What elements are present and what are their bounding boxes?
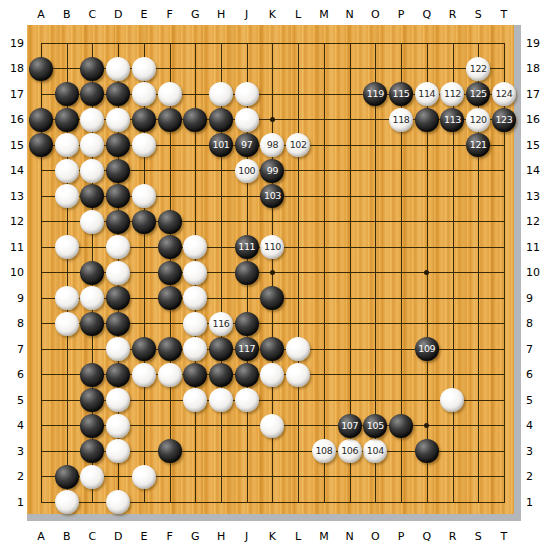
move-number: 115 (393, 89, 410, 99)
stone-black-E7 (132, 337, 156, 361)
coord-label-right-11: 11 (524, 234, 550, 260)
stone-white-K11: 110 (260, 235, 284, 259)
stone-white-H5 (209, 388, 233, 412)
coord-label-right-13: 13 (524, 183, 550, 209)
stone-white-J5 (235, 388, 259, 412)
coord-label-top-J: J (234, 7, 260, 22)
move-number: 119 (367, 89, 384, 99)
coord-label-top-N: N (337, 7, 363, 22)
coord-label-right-19: 19 (524, 30, 550, 56)
coord-label-bottom-L: L (285, 529, 311, 544)
stone-white-L7 (286, 337, 310, 361)
stone-white-D18 (106, 57, 130, 81)
move-number: 118 (393, 115, 410, 125)
stone-white-E2 (132, 465, 156, 489)
coord-label-left-14: 14 (0, 158, 24, 184)
coord-label-left-11: 11 (0, 234, 24, 260)
stone-white-B1 (55, 490, 79, 514)
stone-white-D3 (106, 439, 130, 463)
stone-black-D15 (106, 133, 130, 157)
coord-label-right-5: 5 (524, 387, 550, 413)
coord-label-left-1: 1 (0, 489, 24, 515)
move-number: 120 (470, 115, 487, 125)
stone-white-C2 (80, 465, 104, 489)
move-number: 111 (238, 242, 255, 252)
coord-label-top-D: D (105, 7, 131, 22)
stone-black-F12 (158, 210, 182, 234)
stone-black-B2 (55, 465, 79, 489)
coord-label-bottom-F: F (157, 529, 183, 544)
coord-label-left-16: 16 (0, 107, 24, 133)
stone-black-J15: 97 (235, 133, 259, 157)
coord-label-left-7: 7 (0, 336, 24, 362)
coord-label-right-17: 17 (524, 81, 550, 107)
coord-label-right-10: 10 (524, 260, 550, 286)
coord-label-left-12: 12 (0, 209, 24, 235)
stone-white-E17 (132, 82, 156, 106)
stone-black-R16: 113 (440, 108, 464, 132)
coord-label-top-T: T (491, 7, 517, 22)
stone-white-D5 (106, 388, 130, 412)
stone-black-N4: 107 (338, 414, 362, 438)
coord-label-top-S: S (465, 7, 491, 22)
move-number: 107 (341, 421, 358, 431)
stone-white-D4 (106, 414, 130, 438)
coord-label-left-9: 9 (0, 285, 24, 311)
move-number: 123 (495, 115, 512, 125)
coordinate-labels-top: ABCDEFGHJKLMNOPQRST (28, 7, 517, 22)
move-number: 100 (238, 166, 255, 176)
coord-label-bottom-N: N (337, 529, 363, 544)
coord-label-right-12: 12 (524, 209, 550, 235)
stone-black-C5 (80, 388, 104, 412)
stone-white-S18: 122 (466, 57, 490, 81)
stone-black-A15 (29, 133, 53, 157)
coord-label-bottom-C: C (80, 529, 106, 544)
move-number: 98 (267, 140, 278, 150)
move-number: 122 (470, 64, 487, 74)
stone-white-G5 (183, 388, 207, 412)
coord-label-right-18: 18 (524, 56, 550, 82)
coordinate-labels-left: 19181716151413121110987654321 (0, 30, 24, 515)
stone-black-H7 (209, 337, 233, 361)
coord-label-top-A: A (28, 7, 54, 22)
stone-white-G9 (183, 286, 207, 310)
stone-black-E16 (132, 108, 156, 132)
coord-label-bottom-G: G (182, 529, 208, 544)
stone-black-D6 (106, 363, 130, 387)
stone-black-C18 (80, 57, 104, 81)
coord-label-bottom-Q: Q (414, 529, 440, 544)
stone-white-P16: 118 (389, 108, 413, 132)
stone-black-O17: 119 (363, 82, 387, 106)
coord-label-left-17: 17 (0, 81, 24, 107)
coord-label-top-O: O (362, 7, 388, 22)
stone-black-G6 (183, 363, 207, 387)
stone-black-K14: 99 (260, 159, 284, 183)
coord-label-left-5: 5 (0, 387, 24, 413)
stone-white-C12 (80, 210, 104, 234)
go-board[interactable]: 9798991001011021031041051061071081091101… (28, 30, 517, 515)
stone-white-C16 (80, 108, 104, 132)
stone-black-K9 (260, 286, 284, 310)
move-number: 121 (470, 140, 487, 150)
stone-white-L15: 102 (286, 133, 310, 157)
stone-black-D13 (106, 184, 130, 208)
stone-black-C6 (80, 363, 104, 387)
stone-white-R5 (440, 388, 464, 412)
coord-label-top-F: F (157, 7, 183, 22)
stone-black-C4 (80, 414, 104, 438)
stone-black-F10 (158, 261, 182, 285)
stone-white-O3: 104 (363, 439, 387, 463)
coord-label-right-7: 7 (524, 336, 550, 362)
move-number: 106 (341, 446, 358, 456)
stone-black-G16 (183, 108, 207, 132)
coord-label-right-14: 14 (524, 158, 550, 184)
stone-black-J10 (235, 261, 259, 285)
coord-label-right-8: 8 (524, 311, 550, 337)
stone-black-S15: 121 (466, 133, 490, 157)
stone-white-F6 (158, 363, 182, 387)
stone-black-H6 (209, 363, 233, 387)
stone-white-G7 (183, 337, 207, 361)
stone-black-F9 (158, 286, 182, 310)
stone-white-C14 (80, 159, 104, 183)
stone-black-C17 (80, 82, 104, 106)
coord-label-top-M: M (311, 7, 337, 22)
stone-white-N3: 106 (338, 439, 362, 463)
stone-black-T16: 123 (492, 108, 516, 132)
stone-white-G11 (183, 235, 207, 259)
stone-white-D7 (106, 337, 130, 361)
stone-black-A16 (29, 108, 53, 132)
coord-label-top-R: R (440, 7, 466, 22)
go-diagram-page: ABCDEFGHJKLMNOPQRST ABCDEFGHJKLMNOPQRST … (0, 0, 550, 550)
move-number: 102 (290, 140, 307, 150)
coord-label-top-L: L (285, 7, 311, 22)
stone-black-P17: 115 (389, 82, 413, 106)
coord-label-left-10: 10 (0, 260, 24, 286)
move-number: 112 (444, 89, 461, 99)
stone-black-Q16 (415, 108, 439, 132)
stone-black-K13: 103 (260, 184, 284, 208)
coord-label-top-C: C (80, 7, 106, 22)
coord-label-left-18: 18 (0, 56, 24, 82)
coord-label-bottom-R: R (440, 529, 466, 544)
stone-white-B14 (55, 159, 79, 183)
coord-label-top-E: E (131, 7, 157, 22)
stone-black-D9 (106, 286, 130, 310)
move-number: 103 (264, 191, 281, 201)
stone-white-J14: 100 (235, 159, 259, 183)
stone-white-C9 (80, 286, 104, 310)
stone-black-Q3 (415, 439, 439, 463)
stone-black-H15: 101 (209, 133, 233, 157)
coord-label-top-G: G (182, 7, 208, 22)
coordinate-labels-bottom: ABCDEFGHJKLMNOPQRST (28, 529, 517, 544)
stone-white-J17 (235, 82, 259, 106)
coord-label-right-15: 15 (524, 132, 550, 158)
move-number: 99 (267, 166, 278, 176)
stone-white-K15: 98 (260, 133, 284, 157)
coord-label-bottom-T: T (491, 529, 517, 544)
stone-white-B9 (55, 286, 79, 310)
stone-white-E15 (132, 133, 156, 157)
stone-black-C8 (80, 312, 104, 336)
stone-white-D10 (106, 261, 130, 285)
stone-black-F11 (158, 235, 182, 259)
move-number: 117 (238, 344, 255, 354)
stone-white-J16 (235, 108, 259, 132)
stone-black-B17 (55, 82, 79, 106)
stone-black-A18 (29, 57, 53, 81)
coord-label-top-Q: Q (414, 7, 440, 22)
coord-label-top-P: P (388, 7, 414, 22)
stone-black-O4: 105 (363, 414, 387, 438)
stone-white-K4 (260, 414, 284, 438)
coord-label-bottom-J: J (234, 529, 260, 544)
stone-white-S16: 120 (466, 108, 490, 132)
stone-black-F16 (158, 108, 182, 132)
stone-white-E13 (132, 184, 156, 208)
coord-label-left-19: 19 (0, 30, 24, 56)
coord-label-bottom-A: A (28, 529, 54, 544)
stone-black-J6 (235, 363, 259, 387)
stone-white-H8: 116 (209, 312, 233, 336)
coord-label-bottom-O: O (362, 529, 388, 544)
coord-label-left-15: 15 (0, 132, 24, 158)
coord-label-right-2: 2 (524, 464, 550, 490)
coord-label-bottom-K: K (260, 529, 286, 544)
coordinate-labels-right: 19181716151413121110987654321 (524, 30, 550, 515)
stone-white-B13 (55, 184, 79, 208)
stone-white-G10 (183, 261, 207, 285)
move-number: 108 (315, 446, 332, 456)
coord-label-left-4: 4 (0, 413, 24, 439)
stone-black-D17 (106, 82, 130, 106)
move-number: 116 (213, 319, 230, 329)
stone-white-B11 (55, 235, 79, 259)
move-number: 109 (418, 344, 435, 354)
stone-black-C13 (80, 184, 104, 208)
coord-label-bottom-D: D (105, 529, 131, 544)
stone-black-J7: 117 (235, 337, 259, 361)
coord-label-top-B: B (54, 7, 80, 22)
stone-black-S17: 125 (466, 82, 490, 106)
coord-label-right-16: 16 (524, 107, 550, 133)
coord-label-left-2: 2 (0, 464, 24, 490)
stone-black-K7 (260, 337, 284, 361)
stone-black-F3 (158, 439, 182, 463)
stone-black-D14 (106, 159, 130, 183)
stone-black-P4 (389, 414, 413, 438)
stone-white-T17: 124 (492, 82, 516, 106)
stone-white-D1 (106, 490, 130, 514)
stone-white-R17: 112 (440, 82, 464, 106)
stone-white-F17 (158, 82, 182, 106)
stone-white-Q17: 114 (415, 82, 439, 106)
stone-black-J11: 111 (235, 235, 259, 259)
stone-white-G8 (183, 312, 207, 336)
stone-white-K6 (260, 363, 284, 387)
stone-white-B8 (55, 312, 79, 336)
stone-white-H17 (209, 82, 233, 106)
coord-label-bottom-E: E (131, 529, 157, 544)
move-number: 124 (495, 89, 512, 99)
stone-black-H16 (209, 108, 233, 132)
coord-label-bottom-M: M (311, 529, 337, 544)
coord-label-bottom-P: P (388, 529, 414, 544)
coord-label-top-K: K (260, 7, 286, 22)
move-number: 101 (213, 140, 230, 150)
stone-white-L6 (286, 363, 310, 387)
coord-label-top-H: H (208, 7, 234, 22)
coord-label-left-3: 3 (0, 438, 24, 464)
coord-label-bottom-S: S (465, 529, 491, 544)
move-number: 97 (241, 140, 252, 150)
move-number: 105 (367, 421, 384, 431)
stone-black-D12 (106, 210, 130, 234)
stone-white-B15 (55, 133, 79, 157)
move-number: 114 (418, 89, 435, 99)
move-number: 125 (470, 89, 487, 99)
stone-black-F7 (158, 337, 182, 361)
coord-label-left-8: 8 (0, 311, 24, 337)
stone-black-E12 (132, 210, 156, 234)
stone-white-E18 (132, 57, 156, 81)
stone-white-M3: 108 (312, 439, 336, 463)
coord-label-right-4: 4 (524, 413, 550, 439)
coord-label-right-3: 3 (524, 438, 550, 464)
move-number: 113 (444, 115, 461, 125)
stone-white-C15 (80, 133, 104, 157)
move-number: 104 (367, 446, 384, 456)
stone-black-B16 (55, 108, 79, 132)
move-number: 110 (264, 242, 281, 252)
coord-label-left-6: 6 (0, 362, 24, 388)
stone-white-D16 (106, 108, 130, 132)
coord-label-right-9: 9 (524, 285, 550, 311)
stone-black-D8 (106, 312, 130, 336)
coord-label-right-1: 1 (524, 489, 550, 515)
stone-black-C3 (80, 439, 104, 463)
stone-black-J8 (235, 312, 259, 336)
stone-black-Q7: 109 (415, 337, 439, 361)
coord-label-bottom-B: B (54, 529, 80, 544)
stone-white-D11 (106, 235, 130, 259)
coord-label-right-6: 6 (524, 362, 550, 388)
stone-black-C10 (80, 261, 104, 285)
stone-white-E6 (132, 363, 156, 387)
coord-label-left-13: 13 (0, 183, 24, 209)
coord-label-bottom-H: H (208, 529, 234, 544)
